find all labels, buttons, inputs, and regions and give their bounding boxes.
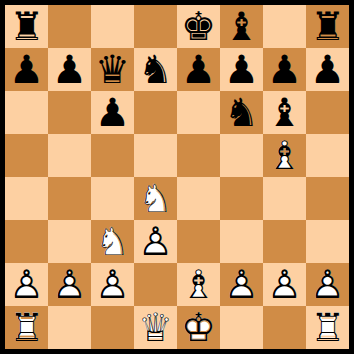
square-e4[interactable]: [177, 177, 220, 220]
square-h4[interactable]: [306, 177, 349, 220]
square-f1[interactable]: [220, 306, 263, 349]
board-frame: ♜♚♝♜♟♟♛♞♟♟♟♟♟♞♝♝♗♞♘♞♘♟♙♟♙♟♙♟♙♝♗♟♙♟♙♟♙♜♖♛…: [0, 0, 354, 354]
square-c1[interactable]: [91, 306, 134, 349]
piece-outline-glyph: ♔: [177, 306, 220, 349]
piece-outline-glyph: ♙: [134, 220, 177, 263]
square-e1[interactable]: ♚♔: [177, 306, 220, 349]
square-b8[interactable]: [48, 5, 91, 48]
black-bishop-piece[interactable]: ♝: [263, 91, 306, 134]
white-rook-piece[interactable]: ♜♖: [5, 306, 48, 349]
square-a2[interactable]: ♟♙: [5, 263, 48, 306]
piece-outline-glyph: ♙: [5, 263, 48, 306]
square-d7[interactable]: ♞: [134, 48, 177, 91]
square-c8[interactable]: [91, 5, 134, 48]
black-rook-piece[interactable]: ♜: [5, 5, 48, 48]
white-rook-piece[interactable]: ♜♖: [306, 306, 349, 349]
black-queen-piece[interactable]: ♛: [91, 48, 134, 91]
piece-outline-glyph: ♙: [91, 263, 134, 306]
square-f6[interactable]: ♞: [220, 91, 263, 134]
square-c3[interactable]: ♞♘: [91, 220, 134, 263]
piece-outline-glyph: ♙: [48, 263, 91, 306]
black-pawn-piece[interactable]: ♟: [5, 48, 48, 91]
white-pawn-piece[interactable]: ♟♙: [91, 263, 134, 306]
square-d2[interactable]: [134, 263, 177, 306]
square-b7[interactable]: ♟: [48, 48, 91, 91]
square-b2[interactable]: ♟♙: [48, 263, 91, 306]
square-h8[interactable]: ♜: [306, 5, 349, 48]
square-e8[interactable]: ♚: [177, 5, 220, 48]
chess-board: ♜♚♝♜♟♟♛♞♟♟♟♟♟♞♝♝♗♞♘♞♘♟♙♟♙♟♙♟♙♝♗♟♙♟♙♟♙♜♖♛…: [5, 5, 349, 349]
square-c2[interactable]: ♟♙: [91, 263, 134, 306]
square-a4[interactable]: [5, 177, 48, 220]
square-h2[interactable]: ♟♙: [306, 263, 349, 306]
white-pawn-piece[interactable]: ♟♙: [48, 263, 91, 306]
black-king-piece[interactable]: ♚: [177, 5, 220, 48]
square-a3[interactable]: [5, 220, 48, 263]
square-d6[interactable]: [134, 91, 177, 134]
square-a1[interactable]: ♜♖: [5, 306, 48, 349]
square-f3[interactable]: [220, 220, 263, 263]
square-h7[interactable]: ♟: [306, 48, 349, 91]
piece-outline-glyph: ♗: [177, 263, 220, 306]
square-h6[interactable]: [306, 91, 349, 134]
square-b5[interactable]: [48, 134, 91, 177]
white-pawn-piece[interactable]: ♟♙: [134, 220, 177, 263]
black-pawn-piece[interactable]: ♟: [48, 48, 91, 91]
square-b6[interactable]: [48, 91, 91, 134]
square-g3[interactable]: [263, 220, 306, 263]
square-c6[interactable]: ♟: [91, 91, 134, 134]
black-knight-piece[interactable]: ♞: [134, 48, 177, 91]
square-a7[interactable]: ♟: [5, 48, 48, 91]
white-pawn-piece[interactable]: ♟♙: [263, 263, 306, 306]
square-f8[interactable]: ♝: [220, 5, 263, 48]
square-d3[interactable]: ♟♙: [134, 220, 177, 263]
white-pawn-piece[interactable]: ♟♙: [306, 263, 349, 306]
black-pawn-piece[interactable]: ♟: [306, 48, 349, 91]
white-knight-piece[interactable]: ♞♘: [134, 177, 177, 220]
square-g8[interactable]: [263, 5, 306, 48]
piece-outline-glyph: ♘: [91, 220, 134, 263]
square-a8[interactable]: ♜: [5, 5, 48, 48]
square-b1[interactable]: [48, 306, 91, 349]
square-a5[interactable]: [5, 134, 48, 177]
black-pawn-piece[interactable]: ♟: [220, 48, 263, 91]
square-d8[interactable]: [134, 5, 177, 48]
square-h1[interactable]: ♜♖: [306, 306, 349, 349]
piece-outline-glyph: ♗: [263, 134, 306, 177]
square-g1[interactable]: [263, 306, 306, 349]
piece-outline-glyph: ♙: [220, 263, 263, 306]
square-e7[interactable]: ♟: [177, 48, 220, 91]
square-b3[interactable]: [48, 220, 91, 263]
piece-outline-glyph: ♖: [5, 306, 48, 349]
square-f7[interactable]: ♟: [220, 48, 263, 91]
square-e5[interactable]: [177, 134, 220, 177]
square-g6[interactable]: ♝: [263, 91, 306, 134]
square-g5[interactable]: ♝♗: [263, 134, 306, 177]
square-e3[interactable]: [177, 220, 220, 263]
square-h5[interactable]: [306, 134, 349, 177]
square-g7[interactable]: ♟: [263, 48, 306, 91]
square-d4[interactable]: ♞♘: [134, 177, 177, 220]
square-f2[interactable]: ♟♙: [220, 263, 263, 306]
piece-outline-glyph: ♘: [134, 177, 177, 220]
square-g2[interactable]: ♟♙: [263, 263, 306, 306]
white-queen-piece[interactable]: ♛♕: [134, 306, 177, 349]
black-pawn-piece[interactable]: ♟: [177, 48, 220, 91]
square-d5[interactable]: [134, 134, 177, 177]
black-knight-piece[interactable]: ♞: [220, 91, 263, 134]
square-h3[interactable]: [306, 220, 349, 263]
white-knight-piece[interactable]: ♞♘: [91, 220, 134, 263]
square-a6[interactable]: [5, 91, 48, 134]
black-pawn-piece[interactable]: ♟: [263, 48, 306, 91]
square-b4[interactable]: [48, 177, 91, 220]
square-g4[interactable]: [263, 177, 306, 220]
piece-outline-glyph: ♖: [306, 306, 349, 349]
square-e6[interactable]: [177, 91, 220, 134]
square-c4[interactable]: [91, 177, 134, 220]
white-pawn-piece[interactable]: ♟♙: [5, 263, 48, 306]
black-pawn-piece[interactable]: ♟: [91, 91, 134, 134]
square-c5[interactable]: [91, 134, 134, 177]
square-f4[interactable]: [220, 177, 263, 220]
piece-outline-glyph: ♙: [263, 263, 306, 306]
white-king-piece[interactable]: ♚♔: [177, 306, 220, 349]
black-bishop-piece[interactable]: ♝: [220, 5, 263, 48]
square-c7[interactable]: ♛: [91, 48, 134, 91]
piece-outline-glyph: ♙: [306, 263, 349, 306]
black-rook-piece[interactable]: ♜: [306, 5, 349, 48]
white-bishop-piece[interactable]: ♝♗: [177, 263, 220, 306]
piece-outline-glyph: ♕: [134, 306, 177, 349]
square-d1[interactable]: ♛♕: [134, 306, 177, 349]
white-pawn-piece[interactable]: ♟♙: [220, 263, 263, 306]
square-e2[interactable]: ♝♗: [177, 263, 220, 306]
square-f5[interactable]: [220, 134, 263, 177]
white-bishop-piece[interactable]: ♝♗: [263, 134, 306, 177]
